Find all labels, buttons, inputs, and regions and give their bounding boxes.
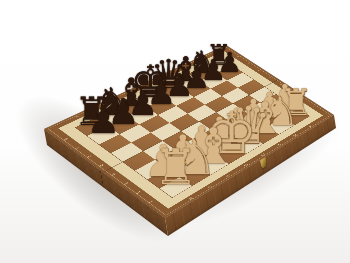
product-photo-scene: AABBCCDDEEFFGGHH8877665544332211 ♜♞♝♛♚♝♞…	[0, 0, 350, 263]
chess-board: AABBCCDDEEFFGGHH8877665544332211	[44, 45, 334, 218]
